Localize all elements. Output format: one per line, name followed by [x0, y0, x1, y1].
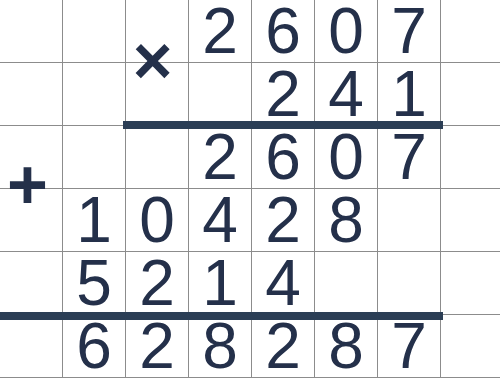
digit-cell-r2c4: 6 [252, 126, 315, 189]
empty-cell-r0c0 [0, 0, 63, 63]
digit-cell-r3c3: 4 [189, 189, 252, 252]
digit-cell-r2c6: 7 [378, 126, 441, 189]
empty-cell-r4c0 [0, 252, 63, 315]
multiplier-underline-rule [123, 121, 443, 129]
digit-cell-r2c5: 0 [315, 126, 378, 189]
multiplication-sign: × [121, 28, 184, 91]
digit-cell-r3c2: 0 [126, 189, 189, 252]
empty-cell-r2c2 [126, 126, 189, 189]
empty-cell-r5c0 [0, 315, 63, 378]
digit-cell-r5c6: 7 [378, 315, 441, 378]
plus-sign: + [0, 153, 59, 216]
digit-cell-r4c2: 2 [126, 252, 189, 315]
digit-cell-r5c2: 2 [126, 315, 189, 378]
digit-cell-r5c4: 2 [252, 315, 315, 378]
empty-cell-r4c5 [315, 252, 378, 315]
digit-cell-r0c4: 6 [252, 0, 315, 63]
digit-cell-r4c1: 5 [63, 252, 126, 315]
empty-cell-r2c1 [63, 126, 126, 189]
empty-cell-r1c3 [189, 63, 252, 126]
empty-cell-r5c7 [441, 315, 500, 378]
digit-cell-r1c5: 4 [315, 63, 378, 126]
digit-cell-r5c5: 8 [315, 315, 378, 378]
sum-underline-rule [0, 312, 443, 320]
empty-cell-r3c7 [441, 189, 500, 252]
digit-cell-r0c3: 2 [189, 0, 252, 63]
empty-cell-r1c7 [441, 63, 500, 126]
long-multiplication-worksheet: 26072412607104285214628287 × + [0, 0, 500, 381]
empty-cell-r0c1 [63, 0, 126, 63]
grid-paper-board: 26072412607104285214628287 [0, 0, 500, 381]
digit-cell-r3c1: 1 [63, 189, 126, 252]
empty-cell-r2c7 [441, 126, 500, 189]
empty-cell-r4c6 [378, 252, 441, 315]
empty-cell-r1c0 [0, 63, 63, 126]
empty-cell-r3c6 [378, 189, 441, 252]
empty-cell-r4c7 [441, 252, 500, 315]
digit-cell-r2c3: 2 [189, 126, 252, 189]
digit-cell-r1c6: 1 [378, 63, 441, 126]
digit-cell-r0c6: 7 [378, 0, 441, 63]
digit-cell-r5c1: 6 [63, 315, 126, 378]
empty-cell-r1c1 [63, 63, 126, 126]
digit-cell-r3c4: 2 [252, 189, 315, 252]
digit-cell-r3c5: 8 [315, 189, 378, 252]
empty-cell-r0c7 [441, 0, 500, 63]
digit-cell-r0c5: 0 [315, 0, 378, 63]
digit-cell-r5c3: 8 [189, 315, 252, 378]
digit-cell-r4c3: 1 [189, 252, 252, 315]
digit-cell-r1c4: 2 [252, 63, 315, 126]
digit-cell-r4c4: 4 [252, 252, 315, 315]
